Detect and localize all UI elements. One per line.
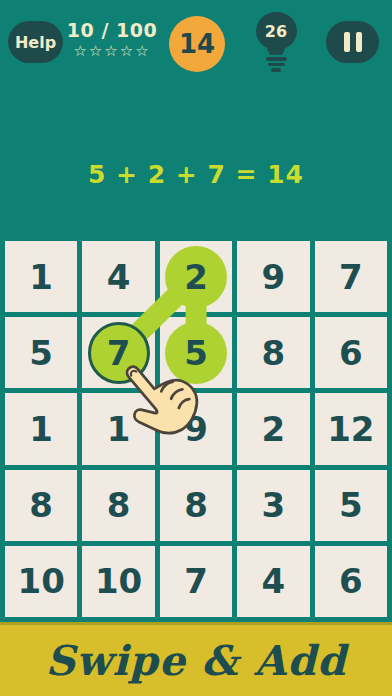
grid-cell[interactable]: 5 bbox=[315, 470, 387, 541]
grid-cell[interactable]: 6 bbox=[315, 546, 387, 617]
grid-cell[interactable]: 10 bbox=[82, 546, 154, 617]
grid-cell[interactable]: 3 bbox=[237, 470, 309, 541]
game-title: Swipe & Add bbox=[46, 637, 347, 685]
pause-icon bbox=[344, 32, 350, 52]
grid-cell[interactable]: 4 bbox=[237, 546, 309, 617]
hint-button[interactable]: 26 bbox=[253, 12, 299, 72]
grid-cell[interactable]: 4 bbox=[82, 241, 154, 312]
level-progress: 10 / 100 ☆☆☆☆☆ bbox=[62, 19, 162, 60]
footer-banner: Swipe & Add bbox=[0, 622, 392, 696]
grid-cell[interactable]: 8 bbox=[160, 470, 232, 541]
lightbulb-icon: 26 bbox=[256, 12, 297, 50]
grid-cell[interactable]: 6 bbox=[315, 317, 387, 388]
grid-cell[interactable]: 1 bbox=[5, 241, 77, 312]
current-sum-equation: 5 + 2 + 7 = 14 bbox=[0, 160, 392, 189]
star-rating: ☆☆☆☆☆ bbox=[62, 42, 162, 60]
grid-cell[interactable]: 2 bbox=[237, 393, 309, 464]
grid-cell[interactable]: 10 bbox=[5, 546, 77, 617]
grid-cell[interactable]: 2 bbox=[160, 241, 232, 312]
grid-cell[interactable]: 8 bbox=[5, 470, 77, 541]
grid-cell[interactable]: 7 bbox=[160, 546, 232, 617]
level-progress-count: 10 / 100 bbox=[62, 19, 162, 41]
grid-cell[interactable]: 9 bbox=[237, 241, 309, 312]
grid-cell[interactable]: 5 bbox=[5, 317, 77, 388]
hint-count: 26 bbox=[265, 22, 287, 41]
help-button[interactable]: Help bbox=[8, 21, 63, 63]
grid-cell[interactable]: 8 bbox=[237, 317, 309, 388]
grid-cell[interactable]: 12 bbox=[315, 393, 387, 464]
lightbulb-neck bbox=[265, 48, 287, 55]
grid-cell[interactable]: 1 bbox=[5, 393, 77, 464]
target-sum-badge: 14 bbox=[169, 16, 225, 72]
pause-icon bbox=[356, 32, 362, 52]
grid-cell[interactable]: 7 bbox=[315, 241, 387, 312]
grid-cell[interactable]: 8 bbox=[82, 470, 154, 541]
swipe-hand-icon bbox=[113, 354, 205, 446]
pause-button[interactable] bbox=[326, 21, 379, 63]
